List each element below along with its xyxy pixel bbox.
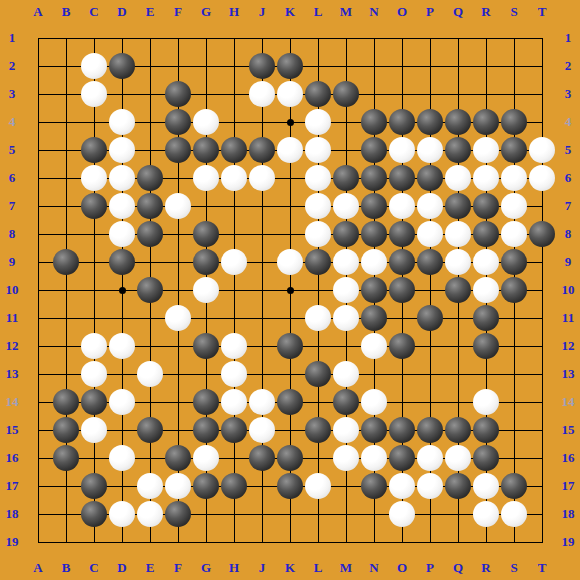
intersection[interactable] [80,472,108,500]
intersection[interactable] [164,472,192,500]
intersection[interactable] [276,276,304,304]
intersection[interactable] [528,416,556,444]
intersection[interactable] [248,500,276,528]
intersection[interactable] [416,360,444,388]
intersection[interactable] [332,192,360,220]
intersection[interactable] [248,416,276,444]
intersection[interactable] [164,108,192,136]
intersection[interactable] [52,500,80,528]
intersection[interactable] [276,528,304,556]
intersection[interactable] [248,444,276,472]
intersection[interactable] [332,80,360,108]
intersection[interactable] [164,416,192,444]
intersection[interactable] [24,24,52,52]
intersection[interactable] [416,248,444,276]
intersection[interactable] [528,80,556,108]
intersection[interactable] [444,24,472,52]
intersection[interactable] [472,388,500,416]
intersection[interactable] [500,472,528,500]
intersection[interactable] [80,388,108,416]
intersection[interactable] [80,444,108,472]
intersection[interactable] [220,500,248,528]
intersection[interactable] [24,220,52,248]
intersection[interactable] [80,248,108,276]
intersection[interactable] [528,24,556,52]
intersection[interactable] [248,528,276,556]
intersection[interactable] [24,528,52,556]
intersection[interactable] [108,500,136,528]
intersection[interactable] [248,388,276,416]
intersection[interactable] [444,192,472,220]
intersection[interactable] [304,332,332,360]
intersection[interactable] [332,276,360,304]
intersection[interactable] [24,52,52,80]
intersection[interactable] [220,24,248,52]
intersection[interactable] [500,220,528,248]
intersection[interactable] [360,416,388,444]
intersection[interactable] [192,332,220,360]
intersection[interactable] [276,220,304,248]
intersection[interactable] [52,304,80,332]
intersection[interactable] [472,192,500,220]
intersection[interactable] [332,416,360,444]
intersection[interactable] [24,388,52,416]
intersection[interactable] [164,276,192,304]
intersection[interactable] [136,332,164,360]
intersection[interactable] [528,248,556,276]
intersection[interactable] [220,80,248,108]
intersection[interactable] [360,164,388,192]
intersection[interactable] [108,52,136,80]
intersection[interactable] [416,220,444,248]
intersection[interactable] [164,164,192,192]
intersection[interactable] [192,276,220,304]
intersection[interactable] [528,220,556,248]
intersection[interactable] [528,472,556,500]
intersection[interactable] [360,276,388,304]
intersection[interactable] [388,276,416,304]
intersection[interactable] [192,304,220,332]
intersection[interactable] [192,192,220,220]
intersection[interactable] [220,304,248,332]
intersection[interactable] [192,164,220,192]
intersection[interactable] [248,192,276,220]
intersection[interactable] [304,304,332,332]
intersection[interactable] [360,444,388,472]
intersection[interactable] [528,304,556,332]
intersection[interactable] [80,500,108,528]
intersection[interactable] [528,388,556,416]
intersection[interactable] [220,52,248,80]
intersection[interactable] [388,332,416,360]
intersection[interactable] [388,80,416,108]
intersection[interactable] [416,136,444,164]
intersection[interactable] [416,332,444,360]
intersection[interactable] [416,108,444,136]
intersection[interactable] [164,528,192,556]
intersection[interactable] [472,360,500,388]
intersection[interactable] [52,52,80,80]
intersection[interactable] [388,52,416,80]
intersection[interactable] [220,192,248,220]
intersection[interactable] [388,136,416,164]
intersection[interactable] [220,444,248,472]
intersection[interactable] [52,360,80,388]
intersection[interactable] [444,528,472,556]
intersection[interactable] [444,500,472,528]
intersection[interactable] [24,332,52,360]
intersection[interactable] [164,136,192,164]
intersection[interactable] [192,24,220,52]
intersection[interactable] [248,220,276,248]
intersection[interactable] [52,416,80,444]
intersection[interactable] [444,108,472,136]
intersection[interactable] [80,416,108,444]
intersection[interactable] [444,220,472,248]
intersection[interactable] [80,192,108,220]
intersection[interactable] [52,332,80,360]
intersection[interactable] [360,108,388,136]
intersection[interactable] [276,388,304,416]
intersection[interactable] [24,164,52,192]
intersection[interactable] [136,192,164,220]
intersection[interactable] [500,304,528,332]
intersection[interactable] [500,52,528,80]
intersection[interactable] [24,192,52,220]
intersection[interactable] [80,360,108,388]
intersection[interactable] [192,248,220,276]
intersection[interactable] [416,528,444,556]
intersection[interactable] [304,472,332,500]
intersection[interactable] [360,80,388,108]
intersection[interactable] [388,444,416,472]
intersection[interactable] [388,220,416,248]
intersection[interactable] [24,360,52,388]
intersection[interactable] [360,528,388,556]
intersection[interactable] [276,80,304,108]
intersection[interactable] [416,276,444,304]
intersection[interactable] [388,304,416,332]
intersection[interactable] [276,332,304,360]
intersection[interactable] [416,500,444,528]
intersection[interactable] [332,360,360,388]
intersection[interactable] [304,220,332,248]
intersection[interactable] [472,164,500,192]
intersection[interactable] [80,52,108,80]
intersection[interactable] [332,52,360,80]
intersection[interactable] [192,136,220,164]
intersection[interactable] [108,80,136,108]
intersection[interactable] [360,220,388,248]
intersection[interactable] [24,304,52,332]
intersection[interactable] [192,360,220,388]
intersection[interactable] [80,24,108,52]
intersection[interactable] [52,80,80,108]
intersection[interactable] [416,192,444,220]
intersection[interactable] [360,472,388,500]
intersection[interactable] [388,108,416,136]
intersection[interactable] [80,332,108,360]
intersection[interactable] [500,108,528,136]
intersection[interactable] [360,136,388,164]
intersection[interactable] [108,444,136,472]
intersection[interactable] [416,388,444,416]
intersection[interactable] [276,472,304,500]
intersection[interactable] [108,472,136,500]
intersection[interactable] [24,500,52,528]
intersection[interactable] [304,80,332,108]
intersection[interactable] [444,388,472,416]
intersection[interactable] [248,276,276,304]
intersection[interactable] [276,248,304,276]
intersection[interactable] [500,276,528,304]
intersection[interactable] [528,332,556,360]
intersection[interactable] [304,164,332,192]
intersection[interactable] [276,444,304,472]
intersection[interactable] [388,528,416,556]
intersection[interactable] [80,136,108,164]
intersection[interactable] [136,164,164,192]
intersection[interactable] [52,388,80,416]
intersection[interactable] [500,388,528,416]
intersection[interactable] [108,24,136,52]
intersection[interactable] [108,528,136,556]
intersection[interactable] [416,304,444,332]
intersection[interactable] [136,136,164,164]
intersection[interactable] [472,500,500,528]
intersection[interactable] [444,52,472,80]
intersection[interactable] [416,80,444,108]
intersection[interactable] [192,416,220,444]
intersection[interactable] [472,528,500,556]
intersection[interactable] [276,136,304,164]
intersection[interactable] [276,164,304,192]
intersection[interactable] [108,136,136,164]
intersection[interactable] [304,416,332,444]
intersection[interactable] [332,108,360,136]
intersection[interactable] [24,472,52,500]
intersection[interactable] [500,360,528,388]
intersection[interactable] [472,220,500,248]
intersection[interactable] [444,248,472,276]
intersection[interactable] [192,108,220,136]
intersection[interactable] [472,248,500,276]
intersection[interactable] [192,472,220,500]
intersection[interactable] [136,472,164,500]
intersection[interactable] [388,248,416,276]
intersection[interactable] [304,136,332,164]
intersection[interactable] [192,500,220,528]
intersection[interactable] [332,304,360,332]
intersection[interactable] [164,192,192,220]
intersection[interactable] [248,52,276,80]
intersection[interactable] [192,52,220,80]
intersection[interactable] [388,500,416,528]
intersection[interactable] [472,52,500,80]
intersection[interactable] [500,80,528,108]
intersection[interactable] [52,164,80,192]
intersection[interactable] [388,360,416,388]
intersection[interactable] [304,24,332,52]
intersection[interactable] [164,24,192,52]
intersection[interactable] [24,108,52,136]
intersection[interactable] [136,304,164,332]
intersection[interactable] [304,444,332,472]
intersection[interactable] [360,24,388,52]
intersection[interactable] [164,500,192,528]
intersection[interactable] [164,388,192,416]
intersection[interactable] [164,304,192,332]
intersection[interactable] [136,500,164,528]
intersection[interactable] [388,388,416,416]
intersection[interactable] [108,220,136,248]
intersection[interactable] [24,80,52,108]
intersection[interactable] [304,276,332,304]
intersection[interactable] [52,24,80,52]
intersection[interactable] [360,248,388,276]
intersection[interactable] [304,388,332,416]
intersection[interactable] [276,108,304,136]
intersection[interactable] [80,304,108,332]
intersection[interactable] [416,24,444,52]
intersection[interactable] [416,444,444,472]
intersection[interactable] [80,164,108,192]
intersection[interactable] [136,80,164,108]
intersection[interactable] [332,248,360,276]
intersection[interactable] [332,472,360,500]
intersection[interactable] [304,360,332,388]
intersection[interactable] [276,500,304,528]
intersection[interactable] [220,528,248,556]
intersection[interactable] [472,332,500,360]
intersection[interactable] [500,192,528,220]
intersection[interactable] [388,24,416,52]
intersection[interactable] [108,304,136,332]
intersection[interactable] [192,80,220,108]
intersection[interactable] [248,108,276,136]
intersection[interactable] [136,220,164,248]
intersection[interactable] [528,164,556,192]
intersection[interactable] [444,276,472,304]
intersection[interactable] [360,332,388,360]
intersection[interactable] [248,360,276,388]
intersection[interactable] [388,416,416,444]
intersection[interactable] [276,52,304,80]
intersection[interactable] [220,108,248,136]
intersection[interactable] [136,360,164,388]
intersection[interactable] [136,276,164,304]
intersection[interactable] [248,304,276,332]
intersection[interactable] [24,444,52,472]
intersection[interactable] [444,416,472,444]
intersection[interactable] [528,192,556,220]
intersection[interactable] [528,276,556,304]
intersection[interactable] [444,136,472,164]
intersection[interactable] [108,416,136,444]
intersection[interactable] [500,444,528,472]
intersection[interactable] [220,360,248,388]
intersection[interactable] [472,136,500,164]
intersection[interactable] [164,444,192,472]
intersection[interactable] [220,416,248,444]
intersection[interactable] [108,108,136,136]
intersection[interactable] [164,220,192,248]
intersection[interactable] [136,528,164,556]
intersection[interactable] [528,500,556,528]
intersection[interactable] [332,528,360,556]
intersection[interactable] [332,164,360,192]
intersection[interactable] [52,108,80,136]
intersection[interactable] [472,80,500,108]
intersection[interactable] [444,304,472,332]
intersection[interactable] [108,388,136,416]
intersection[interactable] [388,472,416,500]
intersection[interactable] [360,500,388,528]
intersection[interactable] [500,136,528,164]
intersection[interactable] [164,80,192,108]
intersection[interactable] [108,164,136,192]
intersection[interactable] [220,332,248,360]
intersection[interactable] [220,220,248,248]
intersection[interactable] [80,220,108,248]
intersection[interactable] [500,164,528,192]
intersection[interactable] [276,24,304,52]
intersection[interactable] [444,472,472,500]
intersection[interactable] [388,164,416,192]
intersection[interactable] [80,528,108,556]
intersection[interactable] [304,500,332,528]
intersection[interactable] [416,472,444,500]
intersection[interactable] [24,276,52,304]
intersection[interactable] [332,24,360,52]
intersection[interactable] [472,276,500,304]
intersection[interactable] [276,192,304,220]
intersection[interactable] [528,136,556,164]
intersection[interactable] [52,444,80,472]
intersection[interactable] [444,164,472,192]
intersection[interactable] [136,388,164,416]
intersection[interactable] [500,24,528,52]
intersection[interactable] [52,472,80,500]
intersection[interactable] [220,472,248,500]
intersection[interactable] [164,332,192,360]
intersection[interactable] [108,276,136,304]
intersection[interactable] [220,248,248,276]
intersection[interactable] [136,416,164,444]
intersection[interactable] [276,304,304,332]
intersection[interactable] [472,444,500,472]
intersection[interactable] [500,528,528,556]
intersection[interactable] [80,276,108,304]
intersection[interactable] [500,248,528,276]
intersection[interactable] [52,248,80,276]
intersection[interactable] [108,248,136,276]
intersection[interactable] [332,444,360,472]
intersection[interactable] [360,52,388,80]
intersection[interactable] [332,332,360,360]
intersection[interactable] [444,332,472,360]
intersection[interactable] [248,332,276,360]
intersection[interactable] [444,360,472,388]
intersection[interactable] [248,248,276,276]
intersection[interactable] [248,136,276,164]
intersection[interactable] [52,276,80,304]
intersection[interactable] [360,192,388,220]
intersection[interactable] [332,136,360,164]
intersection[interactable] [332,220,360,248]
intersection[interactable] [248,472,276,500]
intersection[interactable] [332,388,360,416]
